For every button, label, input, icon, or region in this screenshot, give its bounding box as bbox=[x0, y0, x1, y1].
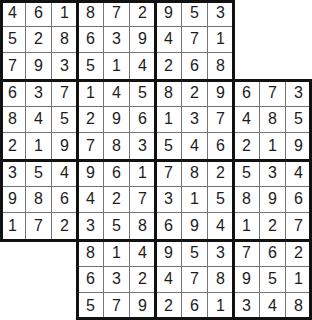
cell-r5c8[interactable]: 3 bbox=[182, 107, 208, 134]
cell-r3c5[interactable]: 1 bbox=[104, 53, 130, 80]
cell-r8c1[interactable]: 9 bbox=[0, 187, 26, 214]
cell-r7c3[interactable]: 4 bbox=[52, 160, 78, 187]
void-r11c1 bbox=[0, 267, 26, 294]
cell-r8c6[interactable]: 7 bbox=[130, 187, 156, 214]
void-r3c10 bbox=[234, 53, 260, 80]
cell-r11c10[interactable]: 9 bbox=[234, 267, 260, 294]
cell-r12c8[interactable]: 6 bbox=[182, 293, 208, 320]
void-r11c3 bbox=[52, 267, 78, 294]
cell-r5c6[interactable]: 6 bbox=[130, 107, 156, 134]
cell-r7c1[interactable]: 3 bbox=[0, 160, 26, 187]
cell-r10c5[interactable]: 1 bbox=[104, 240, 130, 267]
cell-r6c7[interactable]: 5 bbox=[156, 133, 182, 160]
void-r1c12 bbox=[286, 0, 312, 27]
cell-r6c5[interactable]: 8 bbox=[104, 133, 130, 160]
cell-r10c6[interactable]: 4 bbox=[130, 240, 156, 267]
cell-r4c4[interactable]: 1 bbox=[78, 80, 104, 107]
cell-r11c4[interactable]: 6 bbox=[78, 267, 104, 294]
cell-r7c9[interactable]: 2 bbox=[208, 160, 234, 187]
void-r12c1 bbox=[0, 293, 26, 320]
cell-r1c4[interactable]: 8 bbox=[78, 0, 104, 27]
cell-r7c7[interactable]: 7 bbox=[156, 160, 182, 187]
cell-r11c7[interactable]: 4 bbox=[156, 267, 182, 294]
void-r10c1 bbox=[0, 240, 26, 267]
cell-r3c4[interactable]: 5 bbox=[78, 53, 104, 80]
cell-r11c8[interactable]: 7 bbox=[182, 267, 208, 294]
cell-r2c3[interactable]: 8 bbox=[52, 27, 78, 54]
cell-r7c11[interactable]: 3 bbox=[260, 160, 286, 187]
grid-b-right-border bbox=[309, 79, 312, 320]
cell-r1c1[interactable]: 4 bbox=[0, 0, 26, 27]
cell-r7c10[interactable]: 5 bbox=[234, 160, 260, 187]
cell-r8c3[interactable]: 6 bbox=[52, 187, 78, 214]
cell-r4c2[interactable]: 3 bbox=[26, 80, 52, 107]
cell-r6c3[interactable]: 9 bbox=[52, 133, 78, 160]
cell-r6c6[interactable]: 3 bbox=[130, 133, 156, 160]
cell-r1c6[interactable]: 2 bbox=[130, 0, 156, 27]
cell-r3c3[interactable]: 3 bbox=[52, 53, 78, 80]
cell-r6c1[interactable]: 2 bbox=[0, 133, 26, 160]
cell-r9c2[interactable]: 7 bbox=[26, 213, 52, 240]
cell-r9c3[interactable]: 2 bbox=[52, 213, 78, 240]
cell-r9c11[interactable]: 2 bbox=[260, 213, 286, 240]
cell-r8c9[interactable]: 5 bbox=[208, 187, 234, 214]
cell-r6c8[interactable]: 4 bbox=[182, 133, 208, 160]
cell-r8c4[interactable]: 4 bbox=[78, 187, 104, 214]
cell-r2c9[interactable]: 1 bbox=[208, 27, 234, 54]
cell-r4c5[interactable]: 4 bbox=[104, 80, 130, 107]
cell-r9c1[interactable]: 1 bbox=[0, 213, 26, 240]
cell-r1c9[interactable]: 3 bbox=[208, 0, 234, 27]
cell-r4c1[interactable]: 6 bbox=[0, 80, 26, 107]
void-r3c11 bbox=[260, 53, 286, 80]
cell-r11c11[interactable]: 5 bbox=[260, 267, 286, 294]
cell-r3c1[interactable]: 7 bbox=[0, 53, 26, 80]
cell-r7c6[interactable]: 1 bbox=[130, 160, 156, 187]
cell-r4c3[interactable]: 7 bbox=[52, 80, 78, 107]
cell-r10c9[interactable]: 3 bbox=[208, 240, 234, 267]
cell-r11c6[interactable]: 2 bbox=[130, 267, 156, 294]
cell-r4c10[interactable]: 6 bbox=[234, 80, 260, 107]
void-r10c2 bbox=[26, 240, 52, 267]
cell-r12c9[interactable]: 1 bbox=[208, 293, 234, 320]
cell-r8c10[interactable]: 8 bbox=[234, 187, 260, 214]
cell-r5c11[interactable]: 8 bbox=[260, 107, 286, 134]
void-r2c11 bbox=[260, 27, 286, 54]
horizontal-box-border-2 bbox=[0, 159, 312, 162]
cell-r1c2[interactable]: 6 bbox=[26, 0, 52, 27]
cell-r6c4[interactable]: 7 bbox=[78, 133, 104, 160]
cell-r1c5[interactable]: 7 bbox=[104, 0, 130, 27]
cell-r3c8[interactable]: 6 bbox=[182, 53, 208, 80]
cell-r12c5[interactable]: 7 bbox=[104, 293, 130, 320]
cell-r5c1[interactable]: 8 bbox=[0, 107, 26, 134]
sudoku-board: 4618729535286394717935142686371458296738… bbox=[0, 0, 312, 320]
cell-r2c7[interactable]: 4 bbox=[156, 27, 182, 54]
cell-r4c7[interactable]: 8 bbox=[156, 80, 182, 107]
horizontal-box-border-1 bbox=[0, 79, 312, 82]
cell-r5c9[interactable]: 7 bbox=[208, 107, 234, 134]
cell-r12c10[interactable]: 3 bbox=[234, 293, 260, 320]
cell-r10c7[interactable]: 9 bbox=[156, 240, 182, 267]
cell-r10c10[interactable]: 7 bbox=[234, 240, 260, 267]
cell-r5c2[interactable]: 4 bbox=[26, 107, 52, 134]
cell-r3c6[interactable]: 4 bbox=[130, 53, 156, 80]
cell-r7c5[interactable]: 6 bbox=[104, 160, 130, 187]
cell-r5c3[interactable]: 5 bbox=[52, 107, 78, 134]
cell-r1c7[interactable]: 9 bbox=[156, 0, 182, 27]
cell-r5c5[interactable]: 9 bbox=[104, 107, 130, 134]
cell-r9c5[interactable]: 5 bbox=[104, 213, 130, 240]
cell-r4c8[interactable]: 2 bbox=[182, 80, 208, 107]
cell-r3c7[interactable]: 2 bbox=[156, 53, 182, 80]
void-r1c11 bbox=[260, 0, 286, 27]
cell-r5c7[interactable]: 1 bbox=[156, 107, 182, 134]
horizontal-box-border-3 bbox=[0, 239, 312, 242]
cell-r6c10[interactable]: 2 bbox=[234, 133, 260, 160]
void-r2c12 bbox=[286, 27, 312, 54]
cell-r11c5[interactable]: 3 bbox=[104, 267, 130, 294]
grid-a-top-border bbox=[0, 0, 235, 3]
cell-r8c7[interactable]: 3 bbox=[156, 187, 182, 214]
cell-r2c1[interactable]: 5 bbox=[0, 27, 26, 54]
void-r1c10 bbox=[234, 0, 260, 27]
cell-r8c2[interactable]: 8 bbox=[26, 187, 52, 214]
cell-r9c4[interactable]: 3 bbox=[78, 213, 104, 240]
cell-r9c6[interactable]: 8 bbox=[130, 213, 156, 240]
cell-r12c11[interactable]: 4 bbox=[260, 293, 286, 320]
cell-r10c4[interactable]: 8 bbox=[78, 240, 104, 267]
void-r2c10 bbox=[234, 27, 260, 54]
cell-r1c3[interactable]: 1 bbox=[52, 0, 78, 27]
cell-r3c2[interactable]: 9 bbox=[26, 53, 52, 80]
cell-r2c5[interactable]: 3 bbox=[104, 27, 130, 54]
cell-r9c7[interactable]: 6 bbox=[156, 213, 182, 240]
cell-r6c11[interactable]: 1 bbox=[260, 133, 286, 160]
cell-r8c11[interactable]: 9 bbox=[260, 187, 286, 214]
void-r11c2 bbox=[26, 267, 52, 294]
cell-r7c8[interactable]: 8 bbox=[182, 160, 208, 187]
cell-r2c6[interactable]: 9 bbox=[130, 27, 156, 54]
void-r3c12 bbox=[286, 53, 312, 80]
cell-r11c9[interactable]: 8 bbox=[208, 267, 234, 294]
cell-r4c11[interactable]: 7 bbox=[260, 80, 286, 107]
void-r10c3 bbox=[52, 240, 78, 267]
cell-r4c9[interactable]: 9 bbox=[208, 80, 234, 107]
cell-r9c10[interactable]: 1 bbox=[234, 213, 260, 240]
cell-r4c6[interactable]: 5 bbox=[130, 80, 156, 107]
cell-r7c2[interactable]: 5 bbox=[26, 160, 52, 187]
cell-r12c7[interactable]: 2 bbox=[156, 293, 182, 320]
cell-r2c8[interactable]: 7 bbox=[182, 27, 208, 54]
cell-r12c6[interactable]: 9 bbox=[130, 293, 156, 320]
cell-r1c8[interactable]: 5 bbox=[182, 0, 208, 27]
cell-r6c9[interactable]: 6 bbox=[208, 133, 234, 160]
cell-r8c5[interactable]: 2 bbox=[104, 187, 130, 214]
cell-r5c10[interactable]: 4 bbox=[234, 107, 260, 134]
cell-r10c8[interactable]: 5 bbox=[182, 240, 208, 267]
cell-r8c8[interactable]: 1 bbox=[182, 187, 208, 214]
cell-r5c4[interactable]: 2 bbox=[78, 107, 104, 134]
cell-r12c4[interactable]: 5 bbox=[78, 293, 104, 320]
grid-a-left-border bbox=[0, 0, 3, 242]
void-r12c2 bbox=[26, 293, 52, 320]
cell-r3c9[interactable]: 8 bbox=[208, 53, 234, 80]
cell-r9c8[interactable]: 9 bbox=[182, 213, 208, 240]
cell-r7c4[interactable]: 9 bbox=[78, 160, 104, 187]
cell-r6c2[interactable]: 1 bbox=[26, 133, 52, 160]
void-r12c3 bbox=[52, 293, 78, 320]
cell-r9c9[interactable]: 4 bbox=[208, 213, 234, 240]
cell-r10c11[interactable]: 6 bbox=[260, 240, 286, 267]
cell-r2c2[interactable]: 2 bbox=[26, 27, 52, 54]
cell-r2c4[interactable]: 6 bbox=[78, 27, 104, 54]
